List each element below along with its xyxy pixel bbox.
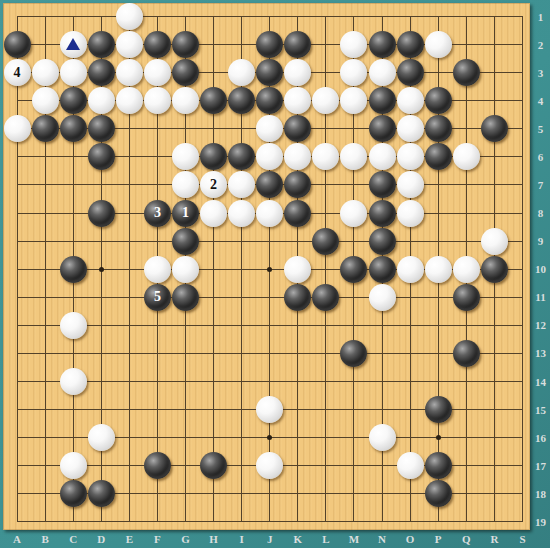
column-label: A (8, 531, 26, 547)
stone-black (60, 115, 87, 142)
stone-black (144, 284, 171, 311)
column-label: G (176, 531, 194, 547)
grid-line (17, 297, 523, 298)
stone-black (369, 31, 396, 58)
stone-white (144, 256, 171, 283)
column-label: R (485, 531, 503, 547)
stone-white (256, 115, 283, 142)
star-point (267, 267, 272, 272)
stone-white (340, 31, 367, 58)
stone-white (397, 452, 424, 479)
stone-black (453, 59, 480, 86)
column-label: J (261, 531, 279, 547)
column-label: C (64, 531, 82, 547)
stone-white (4, 115, 31, 142)
stone-black (284, 200, 311, 227)
stone-white (340, 87, 367, 114)
stone-white (397, 171, 424, 198)
stone-white (116, 3, 143, 30)
stone-white (369, 143, 396, 170)
row-label: 6 (531, 150, 550, 164)
row-label: 19 (531, 515, 550, 529)
stone-white (116, 59, 143, 86)
column-label: Q (457, 531, 475, 547)
stone-white (60, 312, 87, 339)
stone-black (88, 59, 115, 86)
stone-black (88, 115, 115, 142)
stone-black (88, 31, 115, 58)
stone-white (172, 171, 199, 198)
stone-black (340, 256, 367, 283)
grid-line (17, 325, 523, 326)
grid-line (522, 16, 523, 522)
stone-white (116, 31, 143, 58)
stone-white (256, 143, 283, 170)
column-label: N (373, 531, 391, 547)
stone-white (32, 59, 59, 86)
stone-white (453, 143, 480, 170)
row-label: 11 (531, 290, 550, 304)
stone-black (200, 143, 227, 170)
stone-black (284, 31, 311, 58)
stone-white (397, 200, 424, 227)
column-label: O (401, 531, 419, 547)
stone-black (144, 200, 171, 227)
stone-white (340, 143, 367, 170)
stone-white (284, 143, 311, 170)
stone-white (200, 200, 227, 227)
stone-white (397, 87, 424, 114)
stone-white (60, 452, 87, 479)
row-label: 2 (531, 38, 550, 52)
stone-white (284, 87, 311, 114)
stone-black (397, 59, 424, 86)
stone-black (369, 256, 396, 283)
column-label: H (205, 531, 223, 547)
column-label: L (317, 531, 335, 547)
stone-white (284, 256, 311, 283)
stone-black (172, 31, 199, 58)
stone-black (369, 228, 396, 255)
stone-white (60, 59, 87, 86)
column-label: P (429, 531, 447, 547)
stone-black (172, 59, 199, 86)
stone-white (144, 59, 171, 86)
stone-white (172, 256, 199, 283)
stone-black (425, 480, 452, 507)
row-label: 16 (531, 431, 550, 445)
stone-white (256, 452, 283, 479)
grid-line (17, 521, 523, 522)
stone-black (228, 87, 255, 114)
row-label: 17 (531, 459, 550, 473)
star-point (99, 267, 104, 272)
stone-black (144, 452, 171, 479)
stone-black (256, 87, 283, 114)
row-label: 15 (531, 403, 550, 417)
row-label: 10 (531, 262, 550, 276)
stone-white (116, 87, 143, 114)
stone-black (369, 87, 396, 114)
stone-black (200, 452, 227, 479)
stone-black (200, 87, 227, 114)
stone-white (397, 256, 424, 283)
stone-black (453, 284, 480, 311)
stone-white (88, 424, 115, 451)
column-label: M (345, 531, 363, 547)
row-label: 8 (531, 206, 550, 220)
column-label: B (36, 531, 54, 547)
column-label: I (233, 531, 251, 547)
row-label: 14 (531, 375, 550, 389)
stone-black (425, 396, 452, 423)
stone-white (172, 143, 199, 170)
stone-white (369, 284, 396, 311)
row-label: 4 (531, 94, 550, 108)
star-point (436, 435, 441, 440)
stone-black (369, 200, 396, 227)
column-label: F (148, 531, 166, 547)
stone-white (88, 87, 115, 114)
stone-black (425, 87, 452, 114)
stone-black (60, 87, 87, 114)
stone-white (397, 143, 424, 170)
column-label: D (92, 531, 110, 547)
stone-white (369, 424, 396, 451)
stone-white (60, 368, 87, 395)
stone-white (369, 59, 396, 86)
stone-white (312, 143, 339, 170)
grid-line (17, 381, 523, 382)
stone-black (369, 115, 396, 142)
stone-black (397, 31, 424, 58)
stone-white (340, 59, 367, 86)
row-label: 9 (531, 234, 550, 248)
row-label: 3 (531, 66, 550, 80)
stone-white (397, 115, 424, 142)
grid-line (17, 353, 523, 354)
stone-black (284, 284, 311, 311)
triangle-marker (66, 38, 80, 50)
stone-white (481, 228, 508, 255)
stone-white (312, 87, 339, 114)
star-point (267, 435, 272, 440)
column-label: E (120, 531, 138, 547)
stone-black (88, 143, 115, 170)
stone-white (453, 256, 480, 283)
row-label: 18 (531, 487, 550, 501)
column-label: K (289, 531, 307, 547)
stone-black (256, 31, 283, 58)
stone-white (172, 87, 199, 114)
stone-black (228, 143, 255, 170)
row-label: 5 (531, 122, 550, 136)
stone-black (172, 200, 199, 227)
stone-black (425, 452, 452, 479)
stone-black (172, 284, 199, 311)
row-label: 12 (531, 318, 550, 332)
stone-black (256, 59, 283, 86)
stone-black (32, 115, 59, 142)
go-board[interactable]: 42315 (3, 3, 530, 530)
stone-black (369, 171, 396, 198)
stone-white (256, 396, 283, 423)
stone-black (312, 284, 339, 311)
row-label: 13 (531, 346, 550, 360)
stone-white (284, 59, 311, 86)
stone-black (312, 228, 339, 255)
stone-black (425, 143, 452, 170)
stone-black (88, 200, 115, 227)
stone-white (4, 59, 31, 86)
stone-black (284, 115, 311, 142)
stone-black (481, 256, 508, 283)
stone-white (200, 171, 227, 198)
go-board-app: 42315 ABCDEFGHIJKLMNOPQRS 12345678910111… (0, 0, 550, 548)
stone-black (144, 31, 171, 58)
stone-black (172, 228, 199, 255)
stone-black (425, 115, 452, 142)
stone-white (256, 200, 283, 227)
stone-black (60, 256, 87, 283)
stone-white (144, 87, 171, 114)
stone-black (340, 340, 367, 367)
stone-black (4, 31, 31, 58)
stone-black (256, 171, 283, 198)
stone-black (481, 115, 508, 142)
stone-white (228, 171, 255, 198)
row-label: 7 (531, 178, 550, 192)
stone-white (228, 200, 255, 227)
stone-black (88, 480, 115, 507)
row-label: 1 (531, 10, 550, 24)
stone-black (453, 340, 480, 367)
stone-white (340, 200, 367, 227)
column-label: S (513, 531, 531, 547)
stone-white (425, 256, 452, 283)
stone-white (32, 87, 59, 114)
stone-black (284, 171, 311, 198)
stone-black (60, 480, 87, 507)
stone-white (425, 31, 452, 58)
stone-white (228, 59, 255, 86)
